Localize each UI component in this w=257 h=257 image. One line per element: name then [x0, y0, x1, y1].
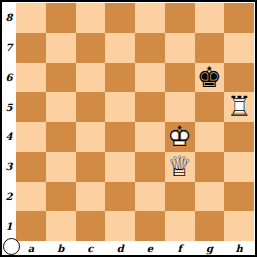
rank-label-6: 6 — [2, 63, 16, 93]
square-c5[interactable] — [76, 92, 106, 122]
file-label-d: d — [105, 241, 135, 255]
file-labels: abcdefgh — [16, 241, 254, 255]
white-queen[interactable]: ♛♕ — [165, 152, 195, 182]
square-f2[interactable] — [165, 182, 195, 212]
file-label-a: a — [16, 241, 46, 255]
file-label-b: b — [46, 241, 76, 255]
square-d5[interactable] — [105, 92, 135, 122]
square-g1[interactable] — [195, 211, 225, 241]
square-h4[interactable] — [224, 122, 254, 152]
square-d4[interactable] — [105, 122, 135, 152]
file-label-g: g — [195, 241, 225, 255]
square-c2[interactable] — [76, 182, 106, 212]
square-h2[interactable] — [224, 182, 254, 212]
square-a3[interactable] — [16, 152, 46, 182]
square-h7[interactable] — [224, 33, 254, 63]
square-h8[interactable] — [224, 3, 254, 33]
square-b6[interactable] — [46, 63, 76, 93]
white-to-move-indicator — [3, 238, 20, 255]
square-b1[interactable] — [46, 211, 76, 241]
square-c7[interactable] — [76, 33, 106, 63]
square-e1[interactable] — [135, 211, 165, 241]
square-b3[interactable] — [46, 152, 76, 182]
square-e7[interactable] — [135, 33, 165, 63]
square-b7[interactable] — [46, 33, 76, 63]
square-f6[interactable] — [165, 63, 195, 93]
square-f4[interactable]: ♚♔ — [165, 122, 195, 152]
chess-board[interactable]: ♚♜♖♚♔♛♕ — [16, 3, 254, 241]
square-a7[interactable] — [16, 33, 46, 63]
square-d7[interactable] — [105, 33, 135, 63]
square-g7[interactable] — [195, 33, 225, 63]
rank-label-8: 8 — [2, 3, 16, 33]
square-e8[interactable] — [135, 3, 165, 33]
square-c8[interactable] — [76, 3, 106, 33]
file-label-h: h — [224, 241, 254, 255]
rank-labels: 87654321 — [2, 3, 16, 241]
file-label-c: c — [76, 241, 106, 255]
rank-label-5: 5 — [2, 92, 16, 122]
square-d1[interactable] — [105, 211, 135, 241]
square-d8[interactable] — [105, 3, 135, 33]
square-a8[interactable] — [16, 3, 46, 33]
square-f5[interactable] — [165, 92, 195, 122]
square-a4[interactable] — [16, 122, 46, 152]
square-d3[interactable] — [105, 152, 135, 182]
square-f3[interactable]: ♛♕ — [165, 152, 195, 182]
white-king[interactable]: ♚♔ — [165, 122, 195, 152]
square-b8[interactable] — [46, 3, 76, 33]
chess-diagram: 87654321 ♚♜♖♚♔♛♕ abcdefgh — [0, 0, 257, 257]
rank-label-1: 1 — [2, 211, 16, 241]
square-h5[interactable]: ♜♖ — [224, 92, 254, 122]
file-label-f: f — [165, 241, 195, 255]
square-e5[interactable] — [135, 92, 165, 122]
square-c1[interactable] — [76, 211, 106, 241]
square-g3[interactable] — [195, 152, 225, 182]
black-king[interactable]: ♚ — [195, 63, 225, 93]
white-queen-glyph: ♕ — [165, 152, 195, 182]
white-rook-glyph: ♖ — [224, 92, 254, 122]
square-h3[interactable] — [224, 152, 254, 182]
square-d6[interactable] — [105, 63, 135, 93]
rank-label-7: 7 — [2, 33, 16, 63]
white-king-glyph: ♔ — [165, 122, 195, 152]
square-h1[interactable] — [224, 211, 254, 241]
square-f1[interactable] — [165, 211, 195, 241]
square-e6[interactable] — [135, 63, 165, 93]
square-c6[interactable] — [76, 63, 106, 93]
square-g5[interactable] — [195, 92, 225, 122]
square-c3[interactable] — [76, 152, 106, 182]
square-e4[interactable] — [135, 122, 165, 152]
square-h6[interactable] — [224, 63, 254, 93]
white-rook[interactable]: ♜♖ — [224, 92, 254, 122]
square-a1[interactable] — [16, 211, 46, 241]
square-g6[interactable]: ♚ — [195, 63, 225, 93]
black-king-glyph: ♚ — [195, 63, 225, 93]
rank-label-4: 4 — [2, 122, 16, 152]
square-b4[interactable] — [46, 122, 76, 152]
square-b2[interactable] — [46, 182, 76, 212]
square-f7[interactable] — [165, 33, 195, 63]
square-e2[interactable] — [135, 182, 165, 212]
rank-label-3: 3 — [2, 152, 16, 182]
rank-label-2: 2 — [2, 182, 16, 212]
square-a2[interactable] — [16, 182, 46, 212]
square-d2[interactable] — [105, 182, 135, 212]
square-a6[interactable] — [16, 63, 46, 93]
square-g2[interactable] — [195, 182, 225, 212]
square-a5[interactable] — [16, 92, 46, 122]
file-label-e: e — [135, 241, 165, 255]
square-g4[interactable] — [195, 122, 225, 152]
square-f8[interactable] — [165, 3, 195, 33]
square-c4[interactable] — [76, 122, 106, 152]
square-b5[interactable] — [46, 92, 76, 122]
square-g8[interactable] — [195, 3, 225, 33]
square-e3[interactable] — [135, 152, 165, 182]
